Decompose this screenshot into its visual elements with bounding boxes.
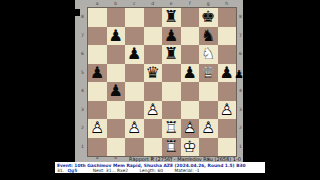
black-to-move-indicator: [75, 9, 80, 16]
square-f8[interactable]: [181, 8, 200, 27]
material-advantage-pawn-icon: ♟: [234, 68, 244, 82]
rank-label-1: 1: [79, 138, 86, 157]
square-h8[interactable]: [218, 8, 237, 27]
square-b3[interactable]: [107, 101, 126, 120]
rank-label-1: 1: [237, 138, 244, 157]
square-c7[interactable]: [125, 27, 144, 46]
square-e4[interactable]: [162, 82, 181, 101]
square-b6[interactable]: [107, 45, 126, 64]
rank-label-7: 7: [237, 27, 244, 46]
square-g6[interactable]: ♞♘: [199, 45, 218, 64]
file-label-a: a: [88, 1, 107, 7]
square-d5[interactable]: ♛: [144, 64, 163, 83]
game-length: Length: 60: [139, 168, 163, 173]
piece-white-pawn-outline: ♙: [144, 101, 163, 120]
square-f1[interactable]: ♚♔: [181, 138, 200, 157]
rank-label-2: 2: [79, 119, 86, 138]
square-h4[interactable]: [218, 82, 237, 101]
rank-label-5: 5: [79, 64, 86, 83]
piece-black-pawn: ♟: [162, 27, 181, 46]
square-e6[interactable]: ♜: [162, 45, 181, 64]
square-f3[interactable]: [181, 101, 200, 120]
rank-labels-left: 87654321: [79, 8, 86, 156]
square-g3[interactable]: [199, 101, 218, 120]
rank-label-3: 3: [237, 101, 244, 120]
file-label-b: b: [107, 1, 126, 7]
piece-white-knight-outline: ♘: [199, 45, 218, 64]
square-g2[interactable]: ♟♙: [199, 119, 218, 138]
piece-white-rook-outline: ♖: [162, 119, 181, 138]
square-d1[interactable]: [144, 138, 163, 157]
rank-label-2: 2: [237, 119, 244, 138]
material-balance: Material: -1: [174, 168, 199, 173]
square-a2[interactable]: ♟♙: [88, 119, 107, 138]
square-e5[interactable]: [162, 64, 181, 83]
piece-white-pawn-outline: ♙: [199, 119, 218, 138]
current-move: Qg5: [67, 168, 77, 173]
square-f2[interactable]: ♟♙: [181, 119, 200, 138]
square-h7[interactable]: [218, 27, 237, 46]
square-h1[interactable]: [218, 138, 237, 157]
piece-white-pawn-outline: ♙: [218, 101, 237, 120]
square-c8[interactable]: [125, 8, 144, 27]
square-d4[interactable]: [144, 82, 163, 101]
rank-label-4: 4: [79, 82, 86, 101]
square-b8[interactable]: [107, 8, 126, 27]
piece-black-pawn: ♟: [181, 64, 200, 83]
piece-black-king: ♚: [199, 8, 218, 27]
square-a5[interactable]: ♟: [88, 64, 107, 83]
piece-white-pawn-outline: ♙: [181, 119, 200, 138]
square-a7[interactable]: [88, 27, 107, 46]
square-b5[interactable]: [107, 64, 126, 83]
square-g7[interactable]: ♞: [199, 27, 218, 46]
file-label-d: d: [144, 1, 163, 7]
square-b4[interactable]: ♟: [107, 82, 126, 101]
square-d7[interactable]: [144, 27, 163, 46]
rank-labels-right: 87654321: [237, 8, 244, 156]
square-e2[interactable]: ♜♖: [162, 119, 181, 138]
diagram-panel: abcdefgh 87654321 87654321 abcdefgh ♜♚♟♟…: [75, 0, 243, 162]
piece-black-queen: ♛: [144, 64, 163, 83]
rank-label-6: 6: [79, 45, 86, 64]
piece-black-rook: ♜: [162, 8, 181, 27]
square-a6[interactable]: [88, 45, 107, 64]
rank-label-3: 3: [79, 101, 86, 120]
piece-black-pawn: ♟: [88, 64, 107, 83]
rank-label-8: 8: [79, 8, 86, 27]
square-f5[interactable]: ♟: [181, 64, 200, 83]
event-line: Event: 10th Gashimov Mem Rapid, Shusha A…: [57, 163, 265, 168]
square-g8[interactable]: ♚: [199, 8, 218, 27]
move-number: 31.: [57, 168, 64, 173]
square-g5[interactable]: ♛♕: [199, 64, 218, 83]
square-d2[interactable]: [144, 119, 163, 138]
square-f6[interactable]: [181, 45, 200, 64]
file-label-h: h: [218, 1, 237, 7]
square-a4[interactable]: [88, 82, 107, 101]
piece-white-queen-outline: ♕: [199, 64, 218, 83]
rank-label-6: 6: [237, 45, 244, 64]
piece-white-pawn-outline: ♙: [88, 119, 107, 138]
move-line: 31. Qg5 Next: 31... Rxe2 Length: 60 Mate…: [57, 168, 265, 173]
square-d6[interactable]: [144, 45, 163, 64]
piece-black-rook: ♜: [162, 45, 181, 64]
piece-black-pawn: ♟: [107, 27, 126, 46]
caption-strip: Event: 10th Gashimov Mem Rapid, Shusha A…: [55, 162, 265, 173]
piece-black-pawn: ♟: [125, 45, 144, 64]
square-c3[interactable]: [125, 101, 144, 120]
square-d3[interactable]: ♟♙: [144, 101, 163, 120]
square-e7[interactable]: ♟: [162, 27, 181, 46]
piece-white-pawn-outline: ♙: [125, 119, 144, 138]
square-g1[interactable]: [199, 138, 218, 157]
chess-board: ♜♚♟♟♞♟♜♞♘♟♛♟♛♕♟♟♟♙♟♙♟♙♟♙♜♖♟♙♟♙♜♖♚♔: [88, 8, 236, 156]
rank-label-4: 4: [237, 82, 244, 101]
square-g4[interactable]: [199, 82, 218, 101]
square-c5[interactable]: [125, 64, 144, 83]
square-c2[interactable]: ♟♙: [125, 119, 144, 138]
file-label-f: f: [181, 1, 200, 7]
square-a3[interactable]: [88, 101, 107, 120]
square-e8[interactable]: ♜: [162, 8, 181, 27]
square-b7[interactable]: ♟: [107, 27, 126, 46]
piece-white-king-outline: ♔: [181, 138, 200, 157]
square-a8[interactable]: [88, 8, 107, 27]
rank-label-7: 7: [79, 27, 86, 46]
next-move: Next: 31... Rxe2: [93, 168, 128, 173]
square-c1[interactable]: [125, 138, 144, 157]
square-f4[interactable]: [181, 82, 200, 101]
piece-black-knight: ♞: [199, 27, 218, 46]
square-b2[interactable]: [107, 119, 126, 138]
piece-black-pawn: ♟: [107, 82, 126, 101]
video-frame: abcdefgh 87654321 87654321 abcdefgh ♜♚♟♟…: [0, 0, 320, 180]
square-e3[interactable]: [162, 101, 181, 120]
file-label-c: c: [125, 1, 144, 7]
square-e1[interactable]: ♜♖: [162, 138, 181, 157]
square-b1[interactable]: [107, 138, 126, 157]
square-f7[interactable]: [181, 27, 200, 46]
square-a1[interactable]: [88, 138, 107, 157]
square-h6[interactable]: [218, 45, 237, 64]
square-h2[interactable]: [218, 119, 237, 138]
square-c6[interactable]: ♟: [125, 45, 144, 64]
square-d8[interactable]: [144, 8, 163, 27]
rank-label-8: 8: [237, 8, 244, 27]
square-h3[interactable]: ♟♙: [218, 101, 237, 120]
square-c4[interactable]: [125, 82, 144, 101]
piece-white-rook-outline: ♖: [162, 138, 181, 157]
